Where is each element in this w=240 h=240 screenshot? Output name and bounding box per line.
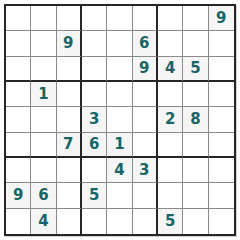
cell-r3c8[interactable]: 5 bbox=[183, 57, 208, 82]
cell-r6c8[interactable] bbox=[183, 133, 208, 158]
cell-r4c3[interactable] bbox=[57, 82, 82, 107]
cell-r3c7[interactable]: 4 bbox=[158, 57, 183, 82]
cell-r8c3[interactable] bbox=[57, 183, 82, 208]
cell-r3c3[interactable] bbox=[57, 57, 82, 82]
cell-r7c3[interactable] bbox=[57, 158, 82, 183]
cell-r2c3[interactable]: 9 bbox=[57, 31, 82, 56]
cell-r5c5[interactable] bbox=[107, 107, 132, 132]
cell-r8c8[interactable] bbox=[183, 183, 208, 208]
cell-r2c4[interactable] bbox=[82, 31, 107, 56]
cell-r4c8[interactable] bbox=[183, 82, 208, 107]
cell-r8c4[interactable]: 5 bbox=[82, 183, 107, 208]
cell-r9c9[interactable] bbox=[209, 209, 234, 234]
cell-r3c5[interactable] bbox=[107, 57, 132, 82]
cell-r4c4[interactable] bbox=[82, 82, 107, 107]
cell-r4c6[interactable] bbox=[133, 82, 158, 107]
cell-r3c2[interactable] bbox=[31, 57, 56, 82]
cell-r5c3[interactable] bbox=[57, 107, 82, 132]
cell-r8c7[interactable] bbox=[158, 183, 183, 208]
cell-r2c8[interactable] bbox=[183, 31, 208, 56]
cell-r1c3[interactable] bbox=[57, 6, 82, 31]
cell-r1c1[interactable] bbox=[6, 6, 31, 31]
cell-r5c4[interactable]: 3 bbox=[82, 107, 107, 132]
cell-r5c1[interactable] bbox=[6, 107, 31, 132]
cell-r9c3[interactable] bbox=[57, 209, 82, 234]
cell-r9c1[interactable] bbox=[6, 209, 31, 234]
cell-r7c1[interactable] bbox=[6, 158, 31, 183]
cell-r4c5[interactable] bbox=[107, 82, 132, 107]
cell-r7c2[interactable] bbox=[31, 158, 56, 183]
cell-r4c1[interactable] bbox=[6, 82, 31, 107]
cell-r5c7[interactable]: 2 bbox=[158, 107, 183, 132]
cell-r7c4[interactable] bbox=[82, 158, 107, 183]
cell-r6c7[interactable] bbox=[158, 133, 183, 158]
cell-r1c5[interactable] bbox=[107, 6, 132, 31]
cell-r5c8[interactable]: 8 bbox=[183, 107, 208, 132]
cell-r8c6[interactable] bbox=[133, 183, 158, 208]
cell-r9c4[interactable] bbox=[82, 209, 107, 234]
cell-r8c5[interactable] bbox=[107, 183, 132, 208]
cell-r1c7[interactable] bbox=[158, 6, 183, 31]
cell-r5c9[interactable] bbox=[209, 107, 234, 132]
cell-r4c7[interactable] bbox=[158, 82, 183, 107]
cell-r9c7[interactable]: 5 bbox=[158, 209, 183, 234]
cell-r7c7[interactable] bbox=[158, 158, 183, 183]
cell-r5c6[interactable] bbox=[133, 107, 158, 132]
cell-r4c2[interactable]: 1 bbox=[31, 82, 56, 107]
cell-r3c1[interactable] bbox=[6, 57, 31, 82]
cell-r3c4[interactable] bbox=[82, 57, 107, 82]
cell-r9c2[interactable]: 4 bbox=[31, 209, 56, 234]
cell-r6c3[interactable]: 7 bbox=[57, 133, 82, 158]
cell-r8c9[interactable] bbox=[209, 183, 234, 208]
cell-r7c6[interactable]: 3 bbox=[133, 158, 158, 183]
cell-r2c6[interactable]: 6 bbox=[133, 31, 158, 56]
cell-r3c9[interactable] bbox=[209, 57, 234, 82]
cell-r8c2[interactable]: 6 bbox=[31, 183, 56, 208]
cell-r6c5[interactable]: 1 bbox=[107, 133, 132, 158]
cell-r2c5[interactable] bbox=[107, 31, 132, 56]
cell-r1c8[interactable] bbox=[183, 6, 208, 31]
cell-r1c9[interactable]: 9 bbox=[209, 6, 234, 31]
cell-r2c7[interactable] bbox=[158, 31, 183, 56]
cell-r9c5[interactable] bbox=[107, 209, 132, 234]
cell-r6c4[interactable]: 6 bbox=[82, 133, 107, 158]
cell-r6c9[interactable] bbox=[209, 133, 234, 158]
cell-r2c1[interactable] bbox=[6, 31, 31, 56]
cell-r1c6[interactable] bbox=[133, 6, 158, 31]
cell-r7c9[interactable] bbox=[209, 158, 234, 183]
cell-r1c4[interactable] bbox=[82, 6, 107, 31]
sudoku-board: 99694513287614396545 bbox=[4, 4, 236, 236]
cell-r2c2[interactable] bbox=[31, 31, 56, 56]
cell-r5c2[interactable] bbox=[31, 107, 56, 132]
cell-r7c5[interactable]: 4 bbox=[107, 158, 132, 183]
cell-r7c8[interactable] bbox=[183, 158, 208, 183]
sudoku-board-wrap: 99694513287614396545 bbox=[4, 4, 236, 236]
cell-r9c6[interactable] bbox=[133, 209, 158, 234]
cell-r2c9[interactable] bbox=[209, 31, 234, 56]
cell-r8c1[interactable]: 9 bbox=[6, 183, 31, 208]
cell-r4c9[interactable] bbox=[209, 82, 234, 107]
cell-r1c2[interactable] bbox=[31, 6, 56, 31]
cell-r6c6[interactable] bbox=[133, 133, 158, 158]
cell-r3c6[interactable]: 9 bbox=[133, 57, 158, 82]
cell-r6c1[interactable] bbox=[6, 133, 31, 158]
cell-r6c2[interactable] bbox=[31, 133, 56, 158]
cell-r9c8[interactable] bbox=[183, 209, 208, 234]
